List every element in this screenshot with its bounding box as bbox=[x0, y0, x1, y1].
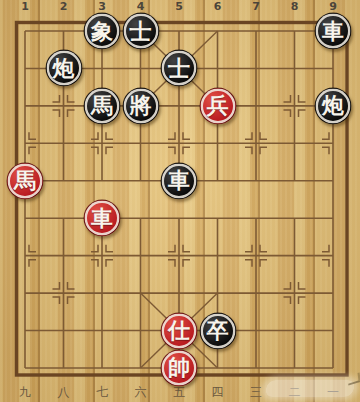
piece-glyph: 馬 bbox=[14, 170, 36, 192]
piece-black-cannon[interactable]: 炮 bbox=[315, 87, 352, 124]
piece-red-advisor[interactable]: 仕 bbox=[161, 312, 198, 349]
piece-glyph: 車 bbox=[91, 207, 113, 229]
piece-glyph: 將 bbox=[130, 95, 152, 117]
piece-red-horse[interactable]: 馬 bbox=[7, 162, 44, 199]
piece-black-advisor[interactable]: 士 bbox=[161, 50, 198, 87]
pieces-layer: 象士車炮士馬將兵炮馬車車仕卒帥 bbox=[0, 0, 360, 402]
piece-black-advisor[interactable]: 士 bbox=[122, 13, 159, 50]
piece-black-elephant[interactable]: 象 bbox=[84, 13, 121, 50]
piece-glyph: 車 bbox=[322, 20, 344, 42]
piece-glyph: 炮 bbox=[53, 57, 75, 79]
piece-glyph: 馬 bbox=[91, 95, 113, 117]
piece-glyph: 士 bbox=[168, 57, 190, 79]
piece-black-general[interactable]: 將 bbox=[122, 87, 159, 124]
piece-black-soldier[interactable]: 卒 bbox=[199, 312, 236, 349]
piece-red-general[interactable]: 帥 bbox=[161, 349, 198, 386]
piece-glyph: 士 bbox=[130, 20, 152, 42]
piece-glyph: 兵 bbox=[207, 95, 229, 117]
piece-black-chariot[interactable]: 車 bbox=[315, 13, 352, 50]
xiangqi-board-screenshot: 123456789九八七六五四三二一 象士車炮士馬將兵炮馬車車仕卒帥 bbox=[0, 0, 360, 402]
piece-glyph: 炮 bbox=[322, 95, 344, 117]
piece-black-horse[interactable]: 馬 bbox=[84, 87, 121, 124]
piece-glyph: 帥 bbox=[168, 357, 190, 379]
watermark bbox=[264, 380, 356, 397]
piece-glyph: 車 bbox=[168, 170, 190, 192]
piece-glyph: 象 bbox=[91, 20, 113, 42]
piece-red-chariot[interactable]: 車 bbox=[84, 200, 121, 237]
piece-black-cannon[interactable]: 炮 bbox=[45, 50, 82, 87]
piece-red-soldier[interactable]: 兵 bbox=[199, 87, 236, 124]
piece-glyph: 卒 bbox=[207, 320, 229, 342]
piece-glyph: 仕 bbox=[168, 320, 190, 342]
piece-black-chariot[interactable]: 車 bbox=[161, 162, 198, 199]
